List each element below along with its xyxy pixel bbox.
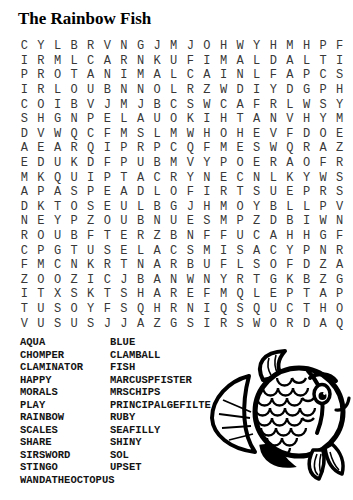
- grid-cell[interactable]: T: [232, 112, 249, 127]
- grid-cell[interactable]: S: [182, 97, 199, 112]
- grid-cell[interactable]: P: [66, 214, 83, 229]
- grid-cell[interactable]: I: [199, 112, 216, 127]
- grid-cell[interactable]: N: [165, 273, 182, 288]
- grid-cell[interactable]: F: [199, 141, 216, 156]
- grid-cell[interactable]: B: [149, 156, 166, 171]
- grid-cell[interactable]: A: [282, 156, 299, 171]
- grid-cell[interactable]: Y: [248, 39, 265, 54]
- grid-cell[interactable]: O: [149, 83, 166, 98]
- grid-cell[interactable]: K: [149, 54, 166, 69]
- grid-cell[interactable]: J: [182, 39, 199, 54]
- grid-cell[interactable]: U: [132, 156, 149, 171]
- grid-cell[interactable]: M: [116, 97, 133, 112]
- grid-cell[interactable]: G: [298, 83, 315, 98]
- grid-cell[interactable]: E: [265, 287, 282, 302]
- grid-cell[interactable]: L: [232, 258, 249, 273]
- grid-cell[interactable]: Z: [199, 83, 216, 98]
- grid-cell[interactable]: S: [49, 316, 66, 331]
- grid-cell[interactable]: F: [315, 156, 332, 171]
- grid-cell[interactable]: M: [116, 127, 133, 142]
- grid-cell[interactable]: Z: [331, 141, 348, 156]
- grid-cell[interactable]: D: [298, 258, 315, 273]
- grid-cell[interactable]: E: [182, 287, 199, 302]
- grid-cell[interactable]: A: [16, 141, 33, 156]
- grid-cell[interactable]: M: [215, 214, 232, 229]
- grid-cell[interactable]: O: [66, 200, 83, 215]
- grid-cell[interactable]: Z: [315, 273, 332, 288]
- grid-cell[interactable]: K: [82, 287, 99, 302]
- grid-cell[interactable]: D: [265, 54, 282, 69]
- grid-cell[interactable]: A: [315, 287, 332, 302]
- grid-cell[interactable]: W: [265, 141, 282, 156]
- grid-cell[interactable]: N: [16, 214, 33, 229]
- grid-cell[interactable]: Y: [265, 83, 282, 98]
- grid-cell[interactable]: U: [149, 112, 166, 127]
- grid-cell[interactable]: N: [182, 229, 199, 244]
- grid-cell[interactable]: H: [215, 112, 232, 127]
- grid-cell[interactable]: T: [99, 229, 116, 244]
- grid-cell[interactable]: W: [315, 214, 332, 229]
- grid-cell[interactable]: R: [132, 141, 149, 156]
- grid-cell[interactable]: H: [232, 127, 249, 142]
- grid-cell[interactable]: J: [116, 316, 133, 331]
- grid-cell[interactable]: B: [165, 229, 182, 244]
- grid-cell[interactable]: P: [315, 39, 332, 54]
- grid-cell[interactable]: B: [298, 273, 315, 288]
- grid-cell[interactable]: M: [215, 287, 232, 302]
- grid-cell[interactable]: D: [265, 214, 282, 229]
- grid-cell[interactable]: S: [199, 214, 216, 229]
- grid-cell[interactable]: I: [331, 54, 348, 69]
- grid-cell[interactable]: P: [116, 156, 133, 171]
- grid-cell[interactable]: W: [182, 127, 199, 142]
- grid-cell[interactable]: N: [182, 302, 199, 317]
- grid-cell[interactable]: R: [16, 229, 33, 244]
- grid-cell[interactable]: Z: [82, 214, 99, 229]
- grid-cell[interactable]: Y: [49, 214, 66, 229]
- grid-cell[interactable]: N: [132, 83, 149, 98]
- grid-cell[interactable]: T: [16, 302, 33, 317]
- grid-cell[interactable]: U: [49, 229, 66, 244]
- grid-cell[interactable]: K: [282, 273, 299, 288]
- grid-cell[interactable]: N: [116, 83, 133, 98]
- grid-cell[interactable]: S: [182, 243, 199, 258]
- grid-cell[interactable]: W: [215, 83, 232, 98]
- grid-cell[interactable]: R: [315, 185, 332, 200]
- grid-cell[interactable]: R: [66, 141, 83, 156]
- grid-cell[interactable]: W: [182, 273, 199, 288]
- grid-cell[interactable]: R: [165, 170, 182, 185]
- grid-cell[interactable]: O: [298, 156, 315, 171]
- grid-cell[interactable]: I: [199, 316, 216, 331]
- grid-cell[interactable]: A: [232, 97, 249, 112]
- grid-cell[interactable]: M: [33, 258, 50, 273]
- grid-cell[interactable]: J: [99, 316, 116, 331]
- grid-cell[interactable]: L: [66, 54, 83, 69]
- grid-cell[interactable]: O: [232, 200, 249, 215]
- grid-cell[interactable]: N: [66, 258, 83, 273]
- grid-cell[interactable]: A: [132, 316, 149, 331]
- grid-cell[interactable]: M: [165, 156, 182, 171]
- grid-cell[interactable]: F: [182, 54, 199, 69]
- grid-cell[interactable]: T: [298, 302, 315, 317]
- grid-cell[interactable]: F: [82, 229, 99, 244]
- grid-cell[interactable]: R: [215, 316, 232, 331]
- grid-cell[interactable]: U: [66, 316, 83, 331]
- grid-cell[interactable]: Y: [282, 243, 299, 258]
- grid-cell[interactable]: O: [215, 127, 232, 142]
- grid-cell[interactable]: Q: [182, 141, 199, 156]
- grid-cell[interactable]: S: [232, 302, 249, 317]
- grid-cell[interactable]: V: [282, 112, 299, 127]
- grid-cell[interactable]: O: [232, 156, 249, 171]
- grid-cell[interactable]: S: [331, 170, 348, 185]
- grid-cell[interactable]: V: [182, 156, 199, 171]
- grid-cell[interactable]: S: [232, 316, 249, 331]
- grid-cell[interactable]: O: [49, 273, 66, 288]
- grid-cell[interactable]: E: [16, 156, 33, 171]
- grid-cell[interactable]: E: [116, 229, 133, 244]
- grid-cell[interactable]: T: [232, 185, 249, 200]
- grid-cell[interactable]: R: [331, 156, 348, 171]
- grid-cell[interactable]: I: [82, 273, 99, 288]
- grid-cell[interactable]: R: [165, 258, 182, 273]
- grid-cell[interactable]: M: [132, 68, 149, 83]
- grid-cell[interactable]: D: [298, 127, 315, 142]
- grid-cell[interactable]: C: [99, 273, 116, 288]
- grid-cell[interactable]: T: [99, 287, 116, 302]
- grid-cell[interactable]: A: [116, 185, 133, 200]
- grid-cell[interactable]: Q: [49, 170, 66, 185]
- grid-cell[interactable]: I: [199, 54, 216, 69]
- grid-cell[interactable]: J: [182, 200, 199, 215]
- grid-cell[interactable]: I: [49, 97, 66, 112]
- grid-cell[interactable]: B: [99, 83, 116, 98]
- grid-cell[interactable]: T: [315, 54, 332, 69]
- grid-cell[interactable]: A: [282, 68, 299, 83]
- grid-cell[interactable]: M: [215, 141, 232, 156]
- grid-cell[interactable]: E: [99, 185, 116, 200]
- grid-cell[interactable]: R: [232, 273, 249, 288]
- grid-cell[interactable]: T: [33, 287, 50, 302]
- grid-cell[interactable]: R: [99, 258, 116, 273]
- grid-cell[interactable]: K: [282, 170, 299, 185]
- grid-cell[interactable]: D: [33, 156, 50, 171]
- grid-cell[interactable]: G: [165, 200, 182, 215]
- grid-cell[interactable]: O: [33, 229, 50, 244]
- grid-cell[interactable]: U: [265, 185, 282, 200]
- grid-cell[interactable]: H: [315, 302, 332, 317]
- grid-cell[interactable]: A: [315, 316, 332, 331]
- grid-cell[interactable]: S: [248, 258, 265, 273]
- grid-cell[interactable]: B: [149, 97, 166, 112]
- grid-cell[interactable]: Y: [82, 302, 99, 317]
- grid-cell[interactable]: F: [265, 68, 282, 83]
- grid-cell[interactable]: O: [199, 39, 216, 54]
- grid-cell[interactable]: L: [49, 39, 66, 54]
- grid-cell[interactable]: H: [199, 200, 216, 215]
- grid-cell[interactable]: J: [149, 39, 166, 54]
- grid-cell[interactable]: L: [298, 54, 315, 69]
- grid-cell[interactable]: P: [232, 214, 249, 229]
- grid-cell[interactable]: E: [116, 243, 133, 258]
- grid-cell[interactable]: G: [331, 273, 348, 288]
- grid-cell[interactable]: U: [33, 316, 50, 331]
- grid-cell[interactable]: S: [315, 97, 332, 112]
- grid-cell[interactable]: H: [265, 39, 282, 54]
- grid-cell[interactable]: N: [149, 214, 166, 229]
- grid-cell[interactable]: Y: [215, 273, 232, 288]
- grid-cell[interactable]: C: [165, 97, 182, 112]
- grid-cell[interactable]: C: [282, 302, 299, 317]
- grid-cell[interactable]: E: [99, 200, 116, 215]
- grid-cell[interactable]: E: [282, 185, 299, 200]
- grid-cell[interactable]: P: [33, 243, 50, 258]
- grid-cell[interactable]: I: [199, 185, 216, 200]
- grid-cell[interactable]: U: [82, 83, 99, 98]
- grid-cell[interactable]: H: [215, 39, 232, 54]
- grid-cell[interactable]: M: [49, 54, 66, 69]
- grid-cell[interactable]: G: [49, 112, 66, 127]
- grid-cell[interactable]: S: [248, 185, 265, 200]
- grid-cell[interactable]: O: [33, 97, 50, 112]
- grid-cell[interactable]: I: [248, 83, 265, 98]
- grid-cell[interactable]: U: [116, 214, 133, 229]
- grid-cell[interactable]: I: [199, 302, 216, 317]
- grid-cell[interactable]: D: [132, 185, 149, 200]
- grid-cell[interactable]: Q: [82, 141, 99, 156]
- grid-cell[interactable]: Y: [298, 170, 315, 185]
- grid-cell[interactable]: O: [315, 127, 332, 142]
- grid-cell[interactable]: R: [182, 83, 199, 98]
- grid-cell[interactable]: P: [282, 287, 299, 302]
- grid-cell[interactable]: O: [265, 316, 282, 331]
- grid-cell[interactable]: N: [265, 112, 282, 127]
- grid-cell[interactable]: G: [315, 229, 332, 244]
- grid-cell[interactable]: L: [49, 83, 66, 98]
- grid-cell[interactable]: O: [49, 68, 66, 83]
- grid-cell[interactable]: S: [99, 243, 116, 258]
- grid-cell[interactable]: U: [49, 156, 66, 171]
- grid-cell[interactable]: M: [215, 200, 232, 215]
- grid-cell[interactable]: B: [132, 214, 149, 229]
- grid-cell[interactable]: A: [149, 287, 166, 302]
- grid-cell[interactable]: H: [298, 39, 315, 54]
- grid-cell[interactable]: U: [82, 243, 99, 258]
- grid-cell[interactable]: A: [82, 68, 99, 83]
- grid-cell[interactable]: F: [215, 258, 232, 273]
- grid-cell[interactable]: N: [132, 54, 149, 69]
- grid-cell[interactable]: I: [16, 287, 33, 302]
- grid-cell[interactable]: T: [66, 243, 83, 258]
- grid-cell[interactable]: R: [265, 156, 282, 171]
- grid-cell[interactable]: P: [298, 243, 315, 258]
- grid-cell[interactable]: A: [49, 185, 66, 200]
- grid-cell[interactable]: G: [49, 243, 66, 258]
- grid-cell[interactable]: R: [215, 185, 232, 200]
- grid-cell[interactable]: A: [132, 112, 149, 127]
- grid-cell[interactable]: N: [232, 68, 249, 83]
- grid-cell[interactable]: L: [132, 200, 149, 215]
- grid-cell[interactable]: A: [149, 243, 166, 258]
- grid-cell[interactable]: B: [66, 97, 83, 112]
- grid-cell[interactable]: C: [165, 141, 182, 156]
- grid-cell[interactable]: A: [248, 112, 265, 127]
- grid-cell[interactable]: Z: [315, 258, 332, 273]
- grid-cell[interactable]: Q: [232, 287, 249, 302]
- grid-cell[interactable]: Z: [66, 273, 83, 288]
- grid-cell[interactable]: N: [132, 258, 149, 273]
- grid-cell[interactable]: L: [282, 200, 299, 215]
- grid-cell[interactable]: R: [298, 141, 315, 156]
- grid-cell[interactable]: M: [199, 243, 216, 258]
- grid-cell[interactable]: K: [33, 170, 50, 185]
- grid-cell[interactable]: N: [66, 112, 83, 127]
- grid-cell[interactable]: W: [248, 316, 265, 331]
- grid-cell[interactable]: Z: [16, 273, 33, 288]
- grid-cell[interactable]: N: [99, 68, 116, 83]
- grid-cell[interactable]: F: [199, 229, 216, 244]
- grid-cell[interactable]: W: [298, 97, 315, 112]
- grid-cell[interactable]: E: [248, 156, 265, 171]
- grid-cell[interactable]: S: [232, 243, 249, 258]
- grid-cell[interactable]: L: [149, 185, 166, 200]
- grid-cell[interactable]: I: [215, 243, 232, 258]
- grid-cell[interactable]: T: [298, 287, 315, 302]
- grid-cell[interactable]: Q: [66, 127, 83, 142]
- grid-cell[interactable]: I: [99, 141, 116, 156]
- grid-cell[interactable]: F: [16, 258, 33, 273]
- grid-cell[interactable]: A: [232, 54, 249, 69]
- grid-cell[interactable]: L: [149, 127, 166, 142]
- grid-cell[interactable]: E: [331, 127, 348, 142]
- grid-cell[interactable]: L: [165, 68, 182, 83]
- grid-cell[interactable]: B: [66, 39, 83, 54]
- grid-cell[interactable]: P: [215, 156, 232, 171]
- grid-cell[interactable]: S: [331, 68, 348, 83]
- grid-cell[interactable]: F: [248, 97, 265, 112]
- grid-cell[interactable]: H: [298, 229, 315, 244]
- grid-cell[interactable]: O: [99, 214, 116, 229]
- grid-cell[interactable]: S: [116, 302, 133, 317]
- grid-cell[interactable]: K: [182, 112, 199, 127]
- grid-cell[interactable]: Y: [199, 156, 216, 171]
- grid-cell[interactable]: O: [66, 83, 83, 98]
- grid-cell[interactable]: G: [265, 273, 282, 288]
- grid-cell[interactable]: P: [315, 83, 332, 98]
- grid-cell[interactable]: C: [232, 170, 249, 185]
- grid-cell[interactable]: S: [331, 185, 348, 200]
- grid-cell[interactable]: I: [16, 83, 33, 98]
- grid-cell[interactable]: S: [82, 200, 99, 215]
- grid-cell[interactable]: N: [331, 214, 348, 229]
- grid-cell[interactable]: E: [99, 112, 116, 127]
- grid-cell[interactable]: N: [199, 170, 216, 185]
- grid-cell[interactable]: C: [149, 170, 166, 185]
- grid-cell[interactable]: S: [16, 112, 33, 127]
- grid-cell[interactable]: V: [99, 39, 116, 54]
- grid-cell[interactable]: I: [82, 170, 99, 185]
- grid-cell[interactable]: Q: [282, 141, 299, 156]
- grid-cell[interactable]: C: [248, 229, 265, 244]
- grid-cell[interactable]: S: [132, 127, 149, 142]
- grid-cell[interactable]: I: [215, 68, 232, 83]
- grid-cell[interactable]: R: [33, 68, 50, 83]
- grid-cell[interactable]: S: [66, 185, 83, 200]
- grid-cell[interactable]: D: [16, 127, 33, 142]
- grid-cell[interactable]: U: [265, 302, 282, 317]
- grid-cell[interactable]: P: [331, 287, 348, 302]
- grid-cell[interactable]: H: [199, 127, 216, 142]
- grid-cell[interactable]: A: [282, 54, 299, 69]
- grid-cell[interactable]: V: [33, 127, 50, 142]
- grid-cell[interactable]: A: [149, 273, 166, 288]
- grid-cell[interactable]: Z: [149, 229, 166, 244]
- grid-cell[interactable]: Y: [331, 97, 348, 112]
- grid-cell[interactable]: M: [165, 39, 182, 54]
- grid-cell[interactable]: C: [165, 243, 182, 258]
- grid-cell[interactable]: A: [49, 141, 66, 156]
- grid-cell[interactable]: L: [165, 83, 182, 98]
- grid-cell[interactable]: T: [248, 273, 265, 288]
- grid-cell[interactable]: P: [298, 185, 315, 200]
- grid-cell[interactable]: E: [248, 127, 265, 142]
- grid-cell[interactable]: A: [99, 54, 116, 69]
- grid-cell[interactable]: B: [265, 200, 282, 215]
- grid-cell[interactable]: Q: [331, 316, 348, 331]
- grid-cell[interactable]: D: [82, 156, 99, 171]
- grid-cell[interactable]: V: [331, 200, 348, 215]
- grid-cell[interactable]: I: [116, 68, 133, 83]
- grid-cell[interactable]: R: [165, 287, 182, 302]
- grid-cell[interactable]: C: [265, 243, 282, 258]
- grid-cell[interactable]: H: [132, 287, 149, 302]
- grid-cell[interactable]: R: [116, 54, 133, 69]
- grid-cell[interactable]: P: [116, 141, 133, 156]
- grid-cell[interactable]: V: [82, 97, 99, 112]
- grid-cell[interactable]: N: [116, 39, 133, 54]
- grid-cell[interactable]: L: [132, 243, 149, 258]
- grid-cell[interactable]: L: [116, 112, 133, 127]
- grid-cell[interactable]: P: [33, 185, 50, 200]
- grid-cell[interactable]: F: [215, 229, 232, 244]
- grid-cell[interactable]: A: [132, 170, 149, 185]
- grid-cell[interactable]: V: [265, 127, 282, 142]
- grid-cell[interactable]: G: [132, 39, 149, 54]
- grid-cell[interactable]: T: [49, 200, 66, 215]
- grid-cell[interactable]: U: [232, 229, 249, 244]
- grid-cell[interactable]: R: [165, 302, 182, 317]
- grid-cell[interactable]: C: [16, 243, 33, 258]
- grid-cell[interactable]: J: [99, 97, 116, 112]
- grid-cell[interactable]: M: [165, 127, 182, 142]
- grid-cell[interactable]: S: [116, 287, 133, 302]
- grid-cell[interactable]: U: [165, 54, 182, 69]
- grid-cell[interactable]: D: [298, 316, 315, 331]
- grid-cell[interactable]: U: [165, 214, 182, 229]
- grid-cell[interactable]: A: [16, 185, 33, 200]
- grid-cell[interactable]: U: [66, 170, 83, 185]
- grid-cell[interactable]: R: [82, 39, 99, 54]
- grid-cell[interactable]: P: [99, 170, 116, 185]
- grid-cell[interactable]: K: [33, 200, 50, 215]
- grid-cell[interactable]: M: [282, 39, 299, 54]
- grid-cell[interactable]: V: [16, 316, 33, 331]
- grid-cell[interactable]: U: [33, 302, 50, 317]
- grid-cell[interactable]: J: [116, 273, 133, 288]
- grid-cell[interactable]: L: [248, 54, 265, 69]
- grid-cell[interactable]: P: [82, 112, 99, 127]
